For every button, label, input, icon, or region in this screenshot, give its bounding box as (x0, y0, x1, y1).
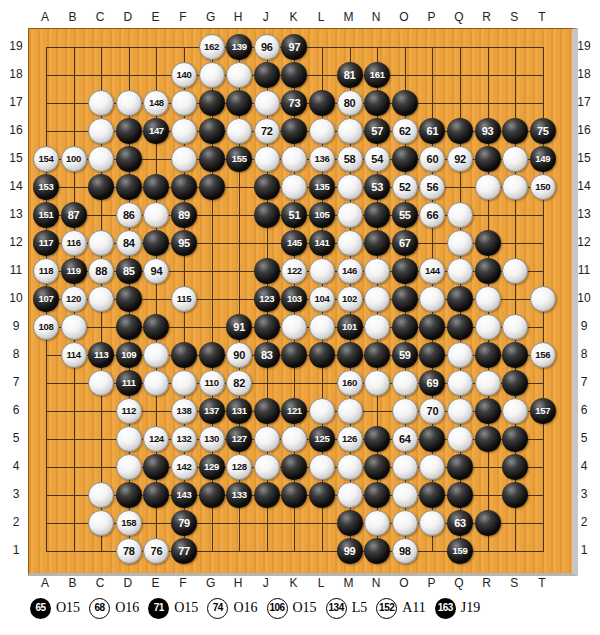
stone-E12[interactable] (143, 230, 169, 256)
stone-C10[interactable] (88, 286, 114, 312)
move-number: 157 (535, 406, 550, 416)
caption-point-A11: A11 (402, 600, 426, 616)
stone-P9[interactable] (419, 314, 445, 340)
stone-P2[interactable] (419, 510, 445, 536)
stone-O16[interactable]: 62 (392, 118, 418, 144)
stone-B15[interactable]: 100 (61, 146, 87, 172)
col-label-bottom-C: C (89, 576, 111, 590)
stone-C17[interactable] (88, 90, 114, 116)
stone-O17[interactable] (392, 90, 418, 116)
stone-N18[interactable]: 161 (364, 62, 390, 88)
move-number: 127 (232, 434, 247, 444)
go-board[interactable]: 1621399697140811611487380147725762619375… (28, 28, 578, 576)
stone-O8[interactable]: 59 (392, 342, 418, 368)
stone-R15[interactable] (475, 146, 501, 172)
stone-C15[interactable] (88, 146, 114, 172)
stone-M1[interactable]: 99 (337, 538, 363, 564)
stone-J19[interactable]: 96 (254, 34, 280, 60)
stone-N2[interactable] (364, 510, 390, 536)
stone-H3[interactable]: 133 (226, 482, 252, 508)
stone-T14[interactable]: 150 (530, 174, 556, 200)
stone-E4[interactable] (143, 454, 169, 480)
move-number: 52 (399, 182, 411, 193)
stone-D8[interactable]: 109 (116, 342, 142, 368)
stone-A10[interactable]: 107 (33, 286, 59, 312)
col-label-top-K: K (282, 10, 304, 24)
stone-S5[interactable] (502, 426, 528, 452)
move-number: 75 (537, 126, 549, 137)
stone-J14[interactable] (254, 174, 280, 200)
stone-Q5[interactable] (447, 426, 473, 452)
stone-Q2[interactable]: 63 (447, 510, 473, 536)
caption-stone-65: 65 (30, 598, 51, 619)
stone-L14[interactable]: 135 (309, 174, 335, 200)
stone-K18[interactable] (281, 62, 307, 88)
stone-Q15[interactable]: 92 (447, 146, 473, 172)
stone-N8[interactable] (364, 342, 390, 368)
stone-K12[interactable]: 145 (281, 230, 307, 256)
stone-L15[interactable]: 136 (309, 146, 335, 172)
move-number: 87 (68, 210, 80, 221)
stone-H7[interactable]: 82 (226, 370, 252, 396)
stone-T10[interactable] (530, 286, 556, 312)
stone-R14[interactable] (475, 174, 501, 200)
move-number: 51 (289, 210, 301, 221)
stone-N13[interactable] (364, 202, 390, 228)
stone-D6[interactable]: 112 (116, 398, 142, 424)
stone-R11[interactable] (475, 258, 501, 284)
stone-F5[interactable]: 132 (171, 426, 197, 452)
stone-D3[interactable] (116, 482, 142, 508)
stone-M3[interactable] (337, 482, 363, 508)
stone-H4[interactable]: 128 (226, 454, 252, 480)
stone-Q1[interactable]: 159 (447, 538, 473, 564)
stone-E3[interactable] (143, 482, 169, 508)
col-label-bottom-L: L (310, 576, 332, 590)
stone-O14[interactable]: 52 (392, 174, 418, 200)
stone-O11[interactable] (392, 258, 418, 284)
stone-D17[interactable] (116, 90, 142, 116)
stone-O6[interactable] (392, 398, 418, 424)
stone-O3[interactable] (392, 482, 418, 508)
stone-C7[interactable] (88, 370, 114, 396)
stone-E13[interactable] (143, 202, 169, 228)
stone-J11[interactable] (254, 258, 280, 284)
stone-R2[interactable] (475, 510, 501, 536)
stone-H8[interactable]: 90 (226, 342, 252, 368)
stone-N7[interactable] (364, 370, 390, 396)
stone-L3[interactable] (309, 482, 335, 508)
move-number: 99 (344, 546, 356, 557)
stone-P14[interactable]: 56 (419, 174, 445, 200)
stone-G17[interactable] (199, 90, 225, 116)
stone-N10[interactable] (364, 286, 390, 312)
stone-H15[interactable]: 155 (226, 146, 252, 172)
stone-C11[interactable]: 88 (88, 258, 114, 284)
caption-stone-134: 134 (326, 598, 347, 619)
stone-M4[interactable] (337, 454, 363, 480)
stone-H19[interactable]: 139 (226, 34, 252, 60)
stone-F10[interactable]: 115 (171, 286, 197, 312)
stone-Q10[interactable] (447, 286, 473, 312)
stone-K3[interactable] (281, 482, 307, 508)
stone-O12[interactable]: 67 (392, 230, 418, 256)
stone-A14[interactable]: 153 (33, 174, 59, 200)
stone-F3[interactable]: 143 (171, 482, 197, 508)
stone-L11[interactable] (309, 258, 335, 284)
stone-L12[interactable]: 141 (309, 230, 335, 256)
stone-J5[interactable] (254, 426, 280, 452)
stone-G8[interactable] (199, 342, 225, 368)
stone-H9[interactable]: 91 (226, 314, 252, 340)
row-label-left-7: 7 (5, 375, 27, 389)
stone-K5[interactable] (281, 426, 307, 452)
stone-J18[interactable] (254, 62, 280, 88)
row-label-right-3: 3 (573, 487, 595, 501)
stone-Q4[interactable] (447, 454, 473, 480)
stone-M8[interactable] (337, 342, 363, 368)
stone-D7[interactable]: 111 (116, 370, 142, 396)
stone-D12[interactable]: 84 (116, 230, 142, 256)
stone-S7[interactable] (502, 370, 528, 396)
stone-L5[interactable]: 125 (309, 426, 335, 452)
stone-D11[interactable]: 85 (116, 258, 142, 284)
stone-R7[interactable] (475, 370, 501, 396)
stone-F12[interactable]: 95 (171, 230, 197, 256)
stone-B9[interactable] (61, 314, 87, 340)
row-label-right-12: 12 (573, 235, 595, 249)
stone-S9[interactable] (502, 314, 528, 340)
stone-G6[interactable]: 137 (199, 398, 225, 424)
stone-E11[interactable]: 94 (143, 258, 169, 284)
row-label-left-19: 19 (5, 39, 27, 53)
row-label-left-18: 18 (5, 67, 27, 81)
stone-A11[interactable]: 118 (33, 258, 59, 284)
stone-P5[interactable] (419, 426, 445, 452)
row-label-right-16: 16 (573, 123, 595, 137)
stone-N5[interactable] (364, 426, 390, 452)
row-label-left-2: 2 (5, 515, 27, 529)
stone-O15[interactable] (392, 146, 418, 172)
row-label-left-11: 11 (5, 263, 27, 277)
stone-D2[interactable]: 158 (116, 510, 142, 536)
stone-R5[interactable] (475, 426, 501, 452)
stone-R9[interactable] (475, 314, 501, 340)
stone-J15[interactable] (254, 146, 280, 172)
stone-Q9[interactable] (447, 314, 473, 340)
stone-D9[interactable] (116, 314, 142, 340)
stone-M10[interactable]: 102 (337, 286, 363, 312)
stone-K17[interactable]: 73 (281, 90, 307, 116)
stone-C16[interactable] (88, 118, 114, 144)
stone-O9[interactable] (392, 314, 418, 340)
stone-K14[interactable] (281, 174, 307, 200)
stone-E5[interactable]: 124 (143, 426, 169, 452)
stone-D5[interactable] (116, 426, 142, 452)
move-number: 86 (123, 210, 135, 221)
stone-D1[interactable]: 78 (116, 538, 142, 564)
stone-Q16[interactable] (447, 118, 473, 144)
stone-N15[interactable]: 54 (364, 146, 390, 172)
stone-P8[interactable] (419, 342, 445, 368)
stone-H6[interactable]: 131 (226, 398, 252, 424)
stone-P11[interactable]: 144 (419, 258, 445, 284)
stone-O2[interactable] (392, 510, 418, 536)
row-label-right-2: 2 (573, 515, 595, 529)
stone-O5[interactable]: 64 (392, 426, 418, 452)
move-number: 144 (425, 266, 440, 276)
stone-S11[interactable] (502, 258, 528, 284)
stone-S6[interactable] (502, 398, 528, 424)
stone-J13[interactable] (254, 202, 280, 228)
stone-F2[interactable]: 79 (171, 510, 197, 536)
stone-R16[interactable]: 93 (475, 118, 501, 144)
stone-K11[interactable]: 122 (281, 258, 307, 284)
stone-B12[interactable]: 116 (61, 230, 87, 256)
stone-P3[interactable] (419, 482, 445, 508)
row-label-left-15: 15 (5, 151, 27, 165)
stone-B13[interactable]: 87 (61, 202, 87, 228)
stone-J9[interactable] (254, 314, 280, 340)
stone-E17[interactable]: 148 (143, 90, 169, 116)
stone-J4[interactable] (254, 454, 280, 480)
stone-D15[interactable] (116, 146, 142, 172)
row-label-right-19: 19 (573, 39, 595, 53)
stone-O10[interactable] (392, 286, 418, 312)
stone-P10[interactable] (419, 286, 445, 312)
stone-M5[interactable]: 126 (337, 426, 363, 452)
stone-F1[interactable]: 77 (171, 538, 197, 564)
stone-H5[interactable]: 127 (226, 426, 252, 452)
stone-E1[interactable]: 76 (143, 538, 169, 564)
col-label-top-P: P (420, 10, 442, 24)
stone-D14[interactable] (116, 174, 142, 200)
stone-M9[interactable]: 101 (337, 314, 363, 340)
stone-J10[interactable]: 123 (254, 286, 280, 312)
stone-D10[interactable] (116, 286, 142, 312)
stone-G19[interactable]: 162 (199, 34, 225, 60)
stone-S4[interactable] (502, 454, 528, 480)
stone-L4[interactable] (309, 454, 335, 480)
stone-G15[interactable] (199, 146, 225, 172)
stone-N17[interactable] (364, 90, 390, 116)
stone-C12[interactable] (88, 230, 114, 256)
stone-N11[interactable] (364, 258, 390, 284)
stone-B8[interactable]: 114 (61, 342, 87, 368)
stone-N12[interactable] (364, 230, 390, 256)
stone-N3[interactable] (364, 482, 390, 508)
row-label-left-8: 8 (5, 347, 27, 361)
move-number: 53 (371, 182, 383, 193)
stone-S3[interactable] (502, 482, 528, 508)
stone-O13[interactable]: 55 (392, 202, 418, 228)
stone-K9[interactable] (281, 314, 307, 340)
stone-N9[interactable] (364, 314, 390, 340)
stone-G5[interactable]: 130 (199, 426, 225, 452)
stone-K10[interactable]: 103 (281, 286, 307, 312)
stone-H16[interactable] (226, 118, 252, 144)
stone-A12[interactable]: 117 (33, 230, 59, 256)
stone-J17[interactable] (254, 90, 280, 116)
stone-G3[interactable] (199, 482, 225, 508)
stone-K4[interactable] (281, 454, 307, 480)
stone-K13[interactable]: 51 (281, 202, 307, 228)
stone-G7[interactable]: 110 (199, 370, 225, 396)
stone-Q7[interactable] (447, 370, 473, 396)
stone-M7[interactable]: 160 (337, 370, 363, 396)
stone-D13[interactable]: 86 (116, 202, 142, 228)
stone-G4[interactable]: 129 (199, 454, 225, 480)
stone-F14[interactable] (171, 174, 197, 200)
stone-L9[interactable] (309, 314, 335, 340)
stone-S14[interactable] (502, 174, 528, 200)
stone-K6[interactable]: 121 (281, 398, 307, 424)
stone-B11[interactable]: 119 (61, 258, 87, 284)
stone-K8[interactable] (281, 342, 307, 368)
stone-T15[interactable]: 149 (530, 146, 556, 172)
stone-N14[interactable]: 53 (364, 174, 390, 200)
stone-K16[interactable] (281, 118, 307, 144)
stone-O4[interactable] (392, 454, 418, 480)
stone-F6[interactable]: 138 (171, 398, 197, 424)
stone-P16[interactable]: 61 (419, 118, 445, 144)
stone-S15[interactable] (502, 146, 528, 172)
move-number: 148 (149, 98, 164, 108)
stone-P6[interactable]: 70 (419, 398, 445, 424)
stone-C14[interactable] (88, 174, 114, 200)
stone-G16[interactable] (199, 118, 225, 144)
stone-D4[interactable] (116, 454, 142, 480)
col-label-top-J: J (255, 10, 277, 24)
col-label-top-O: O (393, 10, 415, 24)
stone-M11[interactable]: 146 (337, 258, 363, 284)
stone-T8[interactable]: 156 (530, 342, 556, 368)
stone-R12[interactable] (475, 230, 501, 256)
stone-K19[interactable]: 97 (281, 34, 307, 60)
stone-J16[interactable]: 72 (254, 118, 280, 144)
stone-B10[interactable]: 120 (61, 286, 87, 312)
stone-S16[interactable] (502, 118, 528, 144)
stone-P13[interactable]: 66 (419, 202, 445, 228)
stone-E7[interactable] (143, 370, 169, 396)
stone-M15[interactable]: 58 (337, 146, 363, 172)
move-number: 85 (123, 266, 135, 277)
stone-F18[interactable]: 140 (171, 62, 197, 88)
stone-D16[interactable] (116, 118, 142, 144)
stone-J3[interactable] (254, 482, 280, 508)
ko-moves-caption: 65O1568O1671O1574O16106O15134L5152A11163… (30, 595, 590, 621)
row-label-right-10: 10 (573, 291, 595, 305)
stone-F16[interactable] (171, 118, 197, 144)
stone-P4[interactable] (419, 454, 445, 480)
stone-M16[interactable] (337, 118, 363, 144)
stone-E9[interactable] (143, 314, 169, 340)
row-label-left-17: 17 (5, 95, 27, 109)
stone-N4[interactable] (364, 454, 390, 480)
move-number: 73 (289, 98, 301, 109)
stone-P15[interactable]: 60 (419, 146, 445, 172)
stone-F15[interactable] (171, 146, 197, 172)
stone-R8[interactable] (475, 342, 501, 368)
stone-F13[interactable]: 89 (171, 202, 197, 228)
caption-stone-71: 71 (148, 598, 169, 619)
stone-S8[interactable] (502, 342, 528, 368)
stone-F4[interactable]: 142 (171, 454, 197, 480)
stone-F8[interactable] (171, 342, 197, 368)
stone-L6[interactable] (309, 398, 335, 424)
move-number: 76 (151, 546, 163, 557)
stone-J6[interactable] (254, 398, 280, 424)
row-label-right-1: 1 (573, 543, 595, 557)
stone-E14[interactable] (143, 174, 169, 200)
stone-E16[interactable]: 147 (143, 118, 169, 144)
stone-L10[interactable]: 104 (309, 286, 335, 312)
stone-Q13[interactable] (447, 202, 473, 228)
stone-C8[interactable]: 113 (88, 342, 114, 368)
stone-M14[interactable] (337, 174, 363, 200)
stone-G14[interactable] (199, 174, 225, 200)
stone-O1[interactable]: 98 (392, 538, 418, 564)
move-number: 151 (39, 210, 54, 220)
stone-H17[interactable] (226, 90, 252, 116)
stone-N1[interactable] (364, 538, 390, 564)
stone-H18[interactable] (226, 62, 252, 88)
stone-R6[interactable] (475, 398, 501, 424)
stone-L17[interactable] (309, 90, 335, 116)
move-number: 54 (371, 154, 383, 165)
stone-A15[interactable]: 154 (33, 146, 59, 172)
stone-N16[interactable]: 57 (364, 118, 390, 144)
stone-M17[interactable]: 80 (337, 90, 363, 116)
stone-Q3[interactable] (447, 482, 473, 508)
move-number: 153 (39, 182, 54, 192)
stone-L16[interactable] (309, 118, 335, 144)
stone-P7[interactable]: 69 (419, 370, 445, 396)
stone-J8[interactable]: 83 (254, 342, 280, 368)
stone-T16[interactable]: 75 (530, 118, 556, 144)
stone-Q12[interactable] (447, 230, 473, 256)
stone-Q6[interactable] (447, 398, 473, 424)
row-label-left-12: 12 (5, 235, 27, 249)
stone-C3[interactable] (88, 482, 114, 508)
stone-R10[interactable] (475, 286, 501, 312)
caption-stone-152: 152 (376, 598, 397, 619)
stone-G18[interactable] (199, 62, 225, 88)
stone-K15[interactable] (281, 146, 307, 172)
move-number: 132 (177, 434, 192, 444)
stone-F7[interactable] (171, 370, 197, 396)
stone-M2[interactable] (337, 510, 363, 536)
stone-M13[interactable] (337, 202, 363, 228)
stone-F17[interactable] (171, 90, 197, 116)
stone-L8[interactable] (309, 342, 335, 368)
stone-E8[interactable] (143, 342, 169, 368)
stone-Q8[interactable] (447, 342, 473, 368)
move-number: 156 (535, 350, 550, 360)
stone-C2[interactable] (88, 510, 114, 536)
stone-A13[interactable]: 151 (33, 202, 59, 228)
stone-M12[interactable] (337, 230, 363, 256)
stone-M18[interactable]: 81 (337, 62, 363, 88)
stone-O7[interactable] (392, 370, 418, 396)
stone-A9[interactable]: 108 (33, 314, 59, 340)
col-label-top-Q: Q (448, 10, 470, 24)
stone-M6[interactable] (337, 398, 363, 424)
stone-T6[interactable]: 157 (530, 398, 556, 424)
caption-item-74: 74O16 (207, 598, 257, 619)
stone-L13[interactable]: 105 (309, 202, 335, 228)
stone-Q11[interactable] (447, 258, 473, 284)
